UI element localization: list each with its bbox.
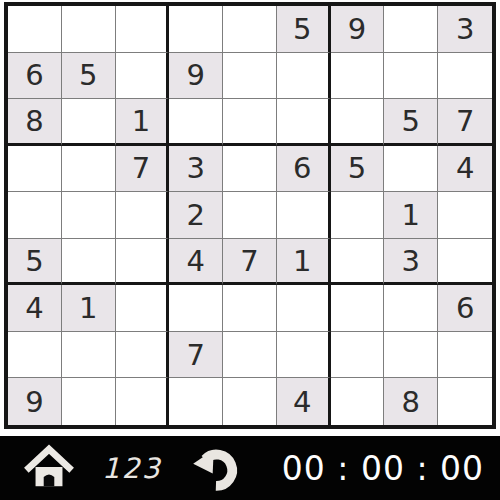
undo-arrow-icon: [191, 441, 243, 496]
cell-r6c6[interactable]: 1: [277, 239, 331, 286]
cell-r5c1[interactable]: [8, 192, 62, 239]
sudoku-board: 59365981577365421547134167948: [4, 2, 496, 429]
cell-r6c7[interactable]: [331, 239, 385, 286]
cell-r9c1[interactable]: 9: [8, 378, 62, 425]
cell-r8c6[interactable]: [277, 332, 331, 379]
cell-r5c4[interactable]: 2: [169, 192, 223, 239]
cell-r5c5[interactable]: [223, 192, 277, 239]
cell-r7c5[interactable]: [223, 285, 277, 332]
cell-r2c8[interactable]: [384, 53, 438, 100]
cell-r8c7[interactable]: [331, 332, 385, 379]
cell-r4c6[interactable]: 6: [277, 146, 331, 193]
cell-r1c2[interactable]: [62, 6, 116, 53]
cell-r8c1[interactable]: [8, 332, 62, 379]
cell-r7c9[interactable]: 6: [438, 285, 492, 332]
cell-r8c4[interactable]: 7: [169, 332, 223, 379]
cell-r7c4[interactable]: [169, 285, 223, 332]
cell-r1c8[interactable]: [384, 6, 438, 53]
cell-r3c1[interactable]: 8: [8, 99, 62, 146]
undo-button[interactable]: [191, 441, 243, 496]
cell-r2c4[interactable]: 9: [169, 53, 223, 100]
cell-r4c7[interactable]: 5: [331, 146, 385, 193]
cell-r1c5[interactable]: [223, 6, 277, 53]
cell-r9c8[interactable]: 8: [384, 378, 438, 425]
cell-r3c8[interactable]: 5: [384, 99, 438, 146]
cell-r2c9[interactable]: [438, 53, 492, 100]
cell-r7c8[interactable]: [384, 285, 438, 332]
sudoku-app: 59365981577365421547134167948 123 00 : 0…: [0, 0, 500, 500]
cell-r7c7[interactable]: [331, 285, 385, 332]
cell-r5c2[interactable]: [62, 192, 116, 239]
cell-r6c3[interactable]: [116, 239, 170, 286]
cell-r2c2[interactable]: 5: [62, 53, 116, 100]
cell-r9c4[interactable]: [169, 378, 223, 425]
cell-r3c9[interactable]: 7: [438, 99, 492, 146]
cell-r1c6[interactable]: 5: [277, 6, 331, 53]
cell-r8c8[interactable]: [384, 332, 438, 379]
cell-r2c6[interactable]: [277, 53, 331, 100]
cell-r3c2[interactable]: [62, 99, 116, 146]
bottom-toolbar: 123 00 : 00 : 00: [0, 436, 500, 500]
cell-r1c4[interactable]: [169, 6, 223, 53]
cell-r3c7[interactable]: [331, 99, 385, 146]
cell-r3c3[interactable]: 1: [116, 99, 170, 146]
cell-r1c1[interactable]: [8, 6, 62, 53]
numpad-button[interactable]: 123: [102, 452, 161, 485]
cell-r6c1[interactable]: 5: [8, 239, 62, 286]
cell-r3c5[interactable]: [223, 99, 277, 146]
cell-r3c4[interactable]: [169, 99, 223, 146]
cell-r2c3[interactable]: [116, 53, 170, 100]
cell-r5c9[interactable]: [438, 192, 492, 239]
cell-r5c3[interactable]: [116, 192, 170, 239]
cell-r4c4[interactable]: 3: [169, 146, 223, 193]
cell-r7c6[interactable]: [277, 285, 331, 332]
cell-r8c2[interactable]: [62, 332, 116, 379]
timer: 00 : 00 : 00: [282, 449, 484, 488]
cell-r4c8[interactable]: [384, 146, 438, 193]
cell-r1c7[interactable]: 9: [331, 6, 385, 53]
cell-r4c2[interactable]: [62, 146, 116, 193]
cell-r2c5[interactable]: [223, 53, 277, 100]
cell-r9c5[interactable]: [223, 378, 277, 425]
cell-r4c3[interactable]: 7: [116, 146, 170, 193]
home-button[interactable]: [24, 442, 74, 495]
cell-r9c3[interactable]: [116, 378, 170, 425]
cell-r4c1[interactable]: [8, 146, 62, 193]
cell-r5c8[interactable]: 1: [384, 192, 438, 239]
cell-r1c9[interactable]: 3: [438, 6, 492, 53]
cell-r4c9[interactable]: 4: [438, 146, 492, 193]
cell-r6c8[interactable]: 3: [384, 239, 438, 286]
cell-r7c2[interactable]: 1: [62, 285, 116, 332]
cell-r5c6[interactable]: [277, 192, 331, 239]
cell-r7c3[interactable]: [116, 285, 170, 332]
cell-r9c9[interactable]: [438, 378, 492, 425]
cell-r9c6[interactable]: 4: [277, 378, 331, 425]
cell-r8c3[interactable]: [116, 332, 170, 379]
cell-r8c9[interactable]: [438, 332, 492, 379]
cell-r9c7[interactable]: [331, 378, 385, 425]
cell-r2c7[interactable]: [331, 53, 385, 100]
cell-r6c9[interactable]: [438, 239, 492, 286]
cell-r5c7[interactable]: [331, 192, 385, 239]
cell-r7c1[interactable]: 4: [8, 285, 62, 332]
cell-r2c1[interactable]: 6: [8, 53, 62, 100]
cell-r9c2[interactable]: [62, 378, 116, 425]
cell-r1c3[interactable]: [116, 6, 170, 53]
home-icon: [24, 442, 74, 495]
cell-r3c6[interactable]: [277, 99, 331, 146]
cell-r6c4[interactable]: 4: [169, 239, 223, 286]
cell-r6c5[interactable]: 7: [223, 239, 277, 286]
cell-r4c5[interactable]: [223, 146, 277, 193]
cell-r8c5[interactable]: [223, 332, 277, 379]
cell-r6c2[interactable]: [62, 239, 116, 286]
